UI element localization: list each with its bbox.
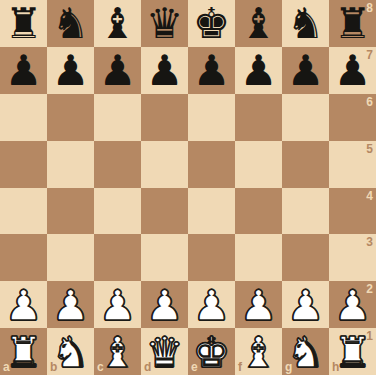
square-a7[interactable]: ♟ <box>0 47 47 94</box>
black-queen[interactable]: ♛ <box>146 3 184 45</box>
black-knight[interactable]: ♞ <box>287 3 325 45</box>
square-f5[interactable] <box>235 141 282 188</box>
white-pawn[interactable]: ♟ <box>146 285 184 327</box>
black-knight[interactable]: ♞ <box>52 3 90 45</box>
square-b7[interactable]: ♟ <box>47 47 94 94</box>
square-d7[interactable]: ♟ <box>141 47 188 94</box>
black-king[interactable]: ♚ <box>193 3 231 45</box>
white-pawn[interactable]: ♟ <box>5 285 43 327</box>
white-pawn[interactable]: ♟ <box>240 285 278 327</box>
square-c3[interactable] <box>94 234 141 281</box>
square-e2[interactable]: ♟ <box>188 281 235 328</box>
black-pawn[interactable]: ♟ <box>193 50 231 92</box>
square-c5[interactable] <box>94 141 141 188</box>
black-bishop[interactable]: ♝ <box>99 3 137 45</box>
square-c6[interactable] <box>94 94 141 141</box>
white-king[interactable]: ♚ <box>193 332 231 374</box>
black-rook[interactable]: ♜ <box>334 3 372 45</box>
white-rook[interactable]: ♜ <box>334 332 372 374</box>
square-h2[interactable]: ♟2 <box>329 281 376 328</box>
rank-label-5: 5 <box>366 143 373 155</box>
square-a8[interactable]: ♜ <box>0 0 47 47</box>
square-h6[interactable]: 6 <box>329 94 376 141</box>
square-e3[interactable] <box>188 234 235 281</box>
black-pawn[interactable]: ♟ <box>99 50 137 92</box>
square-c1[interactable]: ♝c <box>94 328 141 375</box>
square-e6[interactable] <box>188 94 235 141</box>
square-a3[interactable] <box>0 234 47 281</box>
square-d6[interactable] <box>141 94 188 141</box>
white-pawn[interactable]: ♟ <box>52 285 90 327</box>
square-f7[interactable]: ♟ <box>235 47 282 94</box>
square-g2[interactable]: ♟ <box>282 281 329 328</box>
white-pawn[interactable]: ♟ <box>99 285 137 327</box>
white-knight[interactable]: ♞ <box>287 332 325 374</box>
square-d1[interactable]: ♛d <box>141 328 188 375</box>
square-g1[interactable]: ♞g <box>282 328 329 375</box>
square-f4[interactable] <box>235 188 282 235</box>
black-rook[interactable]: ♜ <box>5 3 43 45</box>
square-c4[interactable] <box>94 188 141 235</box>
black-pawn[interactable]: ♟ <box>5 50 43 92</box>
black-bishop[interactable]: ♝ <box>240 3 278 45</box>
black-pawn[interactable]: ♟ <box>334 50 372 92</box>
square-a2[interactable]: ♟ <box>0 281 47 328</box>
black-pawn[interactable]: ♟ <box>146 50 184 92</box>
square-e8[interactable]: ♚ <box>188 0 235 47</box>
square-b8[interactable]: ♞ <box>47 0 94 47</box>
white-knight[interactable]: ♞ <box>52 332 90 374</box>
square-g7[interactable]: ♟ <box>282 47 329 94</box>
square-h4[interactable]: 4 <box>329 188 376 235</box>
rank-label-4: 4 <box>366 190 373 202</box>
white-queen[interactable]: ♛ <box>146 332 184 374</box>
square-h1[interactable]: ♜1h <box>329 328 376 375</box>
square-b3[interactable] <box>47 234 94 281</box>
square-b2[interactable]: ♟ <box>47 281 94 328</box>
square-b4[interactable] <box>47 188 94 235</box>
square-a6[interactable] <box>0 94 47 141</box>
square-e5[interactable] <box>188 141 235 188</box>
square-c8[interactable]: ♝ <box>94 0 141 47</box>
black-pawn[interactable]: ♟ <box>52 50 90 92</box>
square-f2[interactable]: ♟ <box>235 281 282 328</box>
square-d4[interactable] <box>141 188 188 235</box>
square-e1[interactable]: ♚e <box>188 328 235 375</box>
white-bishop[interactable]: ♝ <box>240 332 278 374</box>
square-b1[interactable]: ♞b <box>47 328 94 375</box>
square-h5[interactable]: 5 <box>329 141 376 188</box>
square-f6[interactable] <box>235 94 282 141</box>
square-a4[interactable] <box>0 188 47 235</box>
square-g3[interactable] <box>282 234 329 281</box>
square-e4[interactable] <box>188 188 235 235</box>
square-h3[interactable]: 3 <box>329 234 376 281</box>
chess-board: ♜♞♝♛♚♝♞♜8♟♟♟♟♟♟♟♟76543♟♟♟♟♟♟♟♟2♜a♞b♝c♛d♚… <box>0 0 376 375</box>
square-d5[interactable] <box>141 141 188 188</box>
square-g4[interactable] <box>282 188 329 235</box>
rank-label-3: 3 <box>366 236 373 248</box>
square-f3[interactable] <box>235 234 282 281</box>
white-pawn[interactable]: ♟ <box>193 285 231 327</box>
square-g5[interactable] <box>282 141 329 188</box>
black-pawn[interactable]: ♟ <box>287 50 325 92</box>
square-a5[interactable] <box>0 141 47 188</box>
square-h8[interactable]: ♜8 <box>329 0 376 47</box>
square-d3[interactable] <box>141 234 188 281</box>
square-a1[interactable]: ♜a <box>0 328 47 375</box>
square-b5[interactable] <box>47 141 94 188</box>
square-c7[interactable]: ♟ <box>94 47 141 94</box>
square-c2[interactable]: ♟ <box>94 281 141 328</box>
white-bishop[interactable]: ♝ <box>99 332 137 374</box>
square-g6[interactable] <box>282 94 329 141</box>
square-f1[interactable]: ♝f <box>235 328 282 375</box>
white-pawn[interactable]: ♟ <box>334 285 372 327</box>
square-d2[interactable]: ♟ <box>141 281 188 328</box>
white-pawn[interactable]: ♟ <box>287 285 325 327</box>
square-h7[interactable]: ♟7 <box>329 47 376 94</box>
square-b6[interactable] <box>47 94 94 141</box>
square-f8[interactable]: ♝ <box>235 0 282 47</box>
square-e7[interactable]: ♟ <box>188 47 235 94</box>
square-d8[interactable]: ♛ <box>141 0 188 47</box>
rank-label-6: 6 <box>366 96 373 108</box>
black-pawn[interactable]: ♟ <box>240 50 278 92</box>
white-rook[interactable]: ♜ <box>5 332 43 374</box>
square-g8[interactable]: ♞ <box>282 0 329 47</box>
